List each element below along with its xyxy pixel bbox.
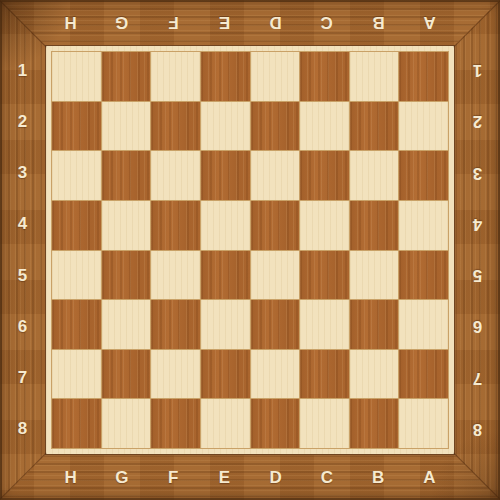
square-d7[interactable] xyxy=(251,350,300,399)
square-c7[interactable] xyxy=(300,350,349,399)
playing-area xyxy=(45,45,455,455)
square-f3[interactable] xyxy=(151,151,200,200)
square-e7[interactable] xyxy=(201,350,250,399)
square-h3[interactable] xyxy=(52,151,101,200)
rank-label-left-7: 7 xyxy=(0,353,45,404)
square-e2[interactable] xyxy=(201,102,250,151)
square-e4[interactable] xyxy=(201,201,250,250)
square-h7[interactable] xyxy=(52,350,101,399)
square-e3[interactable] xyxy=(201,151,250,200)
square-h6[interactable] xyxy=(52,300,101,349)
rank-label-right-2: 2 xyxy=(455,96,500,147)
square-b8[interactable] xyxy=(350,399,399,448)
square-b5[interactable] xyxy=(350,251,399,300)
square-d6[interactable] xyxy=(251,300,300,349)
square-f5[interactable] xyxy=(151,251,200,300)
square-b3[interactable] xyxy=(350,151,399,200)
square-h8[interactable] xyxy=(52,399,101,448)
square-b6[interactable] xyxy=(350,300,399,349)
rank-label-left-8: 8 xyxy=(0,404,45,455)
square-d2[interactable] xyxy=(251,102,300,151)
square-h1[interactable] xyxy=(52,52,101,101)
rank-label-left-2: 2 xyxy=(0,96,45,147)
square-h4[interactable] xyxy=(52,201,101,250)
square-b1[interactable] xyxy=(350,52,399,101)
rank-label-right-5: 5 xyxy=(455,250,500,301)
square-e1[interactable] xyxy=(201,52,250,101)
file-label-bottom-d: D xyxy=(250,455,301,500)
square-a1[interactable] xyxy=(399,52,448,101)
file-label-top-e: E xyxy=(199,0,250,45)
file-label-top-a: A xyxy=(404,0,455,45)
file-labels-top: H G F E D C B A xyxy=(45,0,455,45)
rank-labels-left: 1 2 3 4 5 6 7 8 xyxy=(0,45,45,455)
square-f2[interactable] xyxy=(151,102,200,151)
file-label-top-f: F xyxy=(148,0,199,45)
file-label-top-h: H xyxy=(45,0,96,45)
file-label-top-c: C xyxy=(301,0,352,45)
square-c3[interactable] xyxy=(300,151,349,200)
square-d3[interactable] xyxy=(251,151,300,200)
file-labels-bottom: H G F E D C B A xyxy=(45,455,455,500)
file-label-bottom-a: A xyxy=(404,455,455,500)
square-h2[interactable] xyxy=(52,102,101,151)
square-g5[interactable] xyxy=(102,251,151,300)
square-g1[interactable] xyxy=(102,52,151,101)
square-c6[interactable] xyxy=(300,300,349,349)
square-d4[interactable] xyxy=(251,201,300,250)
rank-label-right-7: 7 xyxy=(455,353,500,404)
square-g4[interactable] xyxy=(102,201,151,250)
rank-labels-right: 1 2 3 4 5 6 7 8 xyxy=(455,45,500,455)
rank-label-left-6: 6 xyxy=(0,301,45,352)
chess-board: H G F E D C B A H G F E D C B A 1 2 3 4 … xyxy=(0,0,500,500)
file-label-top-b: B xyxy=(353,0,404,45)
file-label-bottom-f: F xyxy=(148,455,199,500)
square-a7[interactable] xyxy=(399,350,448,399)
square-g2[interactable] xyxy=(102,102,151,151)
square-g7[interactable] xyxy=(102,350,151,399)
square-f1[interactable] xyxy=(151,52,200,101)
rank-label-right-1: 1 xyxy=(455,45,500,96)
square-a4[interactable] xyxy=(399,201,448,250)
rank-label-left-1: 1 xyxy=(0,45,45,96)
rank-label-left-5: 5 xyxy=(0,250,45,301)
file-label-top-d: D xyxy=(250,0,301,45)
rank-label-right-6: 6 xyxy=(455,301,500,352)
square-e8[interactable] xyxy=(201,399,250,448)
square-f6[interactable] xyxy=(151,300,200,349)
square-c1[interactable] xyxy=(300,52,349,101)
square-c8[interactable] xyxy=(300,399,349,448)
square-g8[interactable] xyxy=(102,399,151,448)
square-d5[interactable] xyxy=(251,251,300,300)
square-c2[interactable] xyxy=(300,102,349,151)
file-label-top-g: G xyxy=(96,0,147,45)
file-label-bottom-g: G xyxy=(96,455,147,500)
square-f8[interactable] xyxy=(151,399,200,448)
file-label-bottom-e: E xyxy=(199,455,250,500)
square-a5[interactable] xyxy=(399,251,448,300)
square-b2[interactable] xyxy=(350,102,399,151)
square-a8[interactable] xyxy=(399,399,448,448)
square-f7[interactable] xyxy=(151,350,200,399)
square-e5[interactable] xyxy=(201,251,250,300)
rank-label-left-3: 3 xyxy=(0,148,45,199)
square-g6[interactable] xyxy=(102,300,151,349)
file-label-bottom-b: B xyxy=(353,455,404,500)
square-a2[interactable] xyxy=(399,102,448,151)
rank-label-left-4: 4 xyxy=(0,199,45,250)
square-a6[interactable] xyxy=(399,300,448,349)
square-g3[interactable] xyxy=(102,151,151,200)
square-b7[interactable] xyxy=(350,350,399,399)
file-label-bottom-c: C xyxy=(301,455,352,500)
file-label-bottom-h: H xyxy=(45,455,96,500)
square-f4[interactable] xyxy=(151,201,200,250)
squares-grid xyxy=(52,52,448,448)
square-b4[interactable] xyxy=(350,201,399,250)
rank-label-right-4: 4 xyxy=(455,199,500,250)
square-e6[interactable] xyxy=(201,300,250,349)
square-d8[interactable] xyxy=(251,399,300,448)
rank-label-right-8: 8 xyxy=(455,404,500,455)
square-c5[interactable] xyxy=(300,251,349,300)
square-d1[interactable] xyxy=(251,52,300,101)
square-h5[interactable] xyxy=(52,251,101,300)
square-a3[interactable] xyxy=(399,151,448,200)
square-c4[interactable] xyxy=(300,201,349,250)
rank-label-right-3: 3 xyxy=(455,148,500,199)
